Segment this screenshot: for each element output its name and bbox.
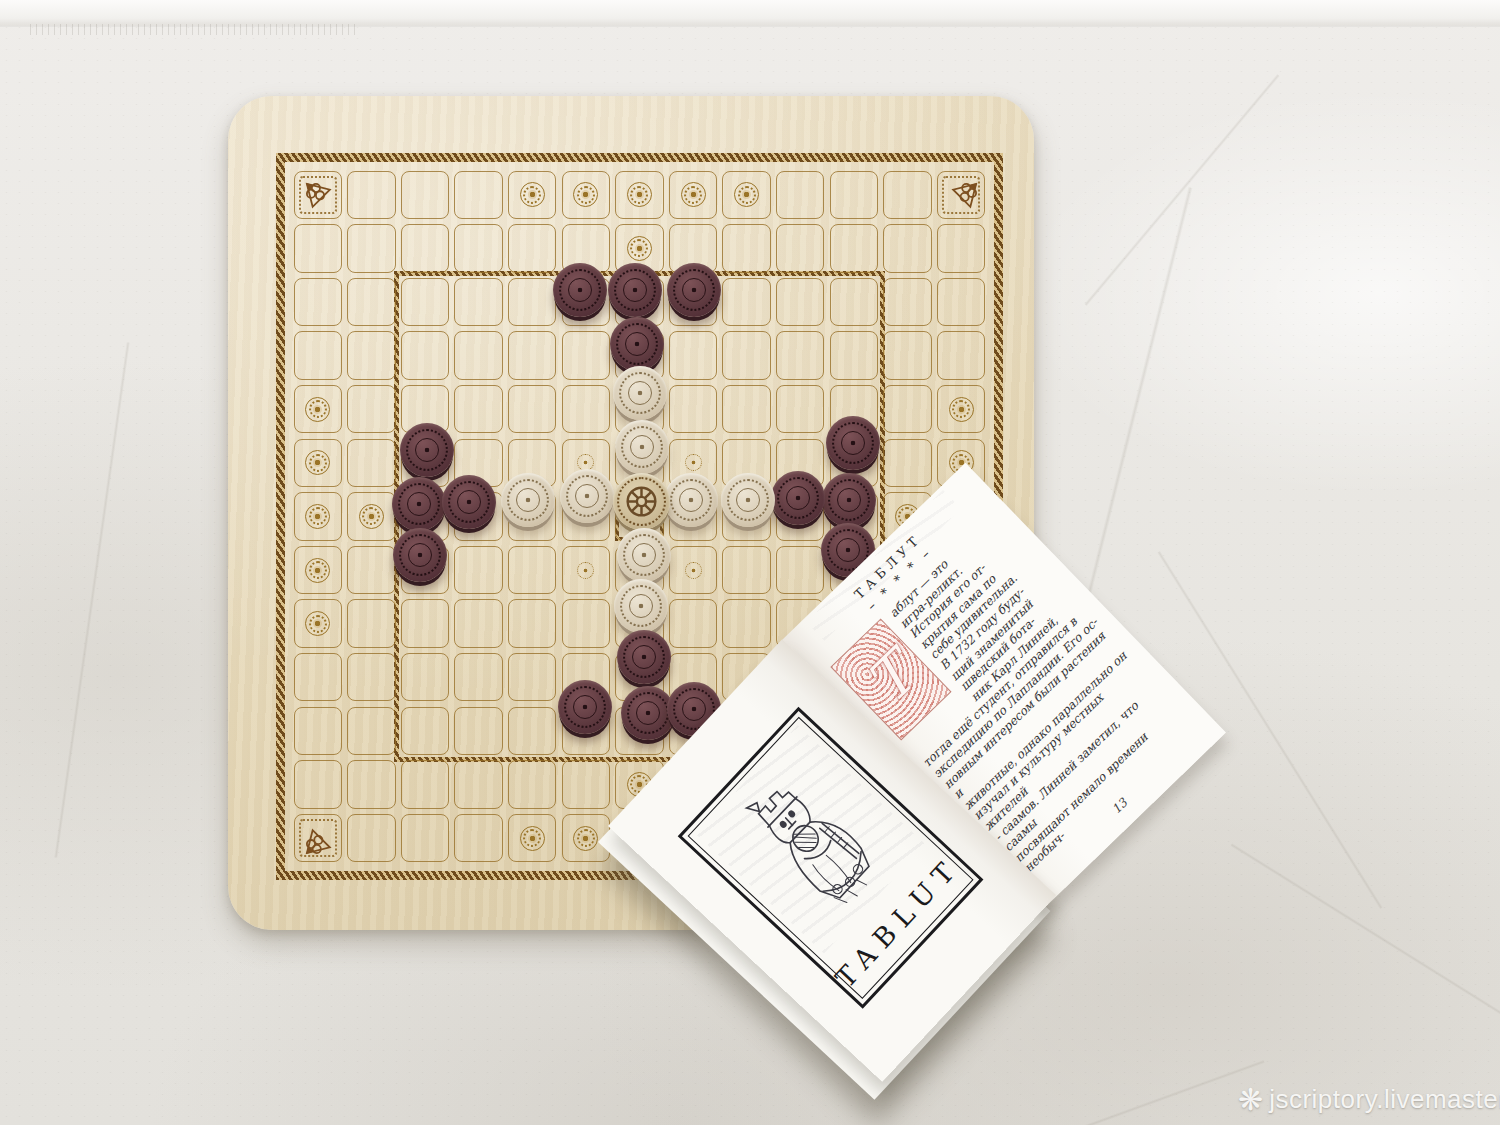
board-cell[interactable]: [508, 331, 557, 380]
defender-piece[interactable]: [615, 420, 669, 474]
board-cell[interactable]: [401, 760, 450, 809]
board-cell[interactable]: [294, 331, 343, 380]
board-cell[interactable]: [722, 385, 771, 434]
board-cell[interactable]: [830, 331, 879, 380]
watermark: ❋ jscriptory.livemaster.ru: [1238, 1084, 1500, 1115]
board-cell[interactable]: [401, 814, 450, 863]
board-cell[interactable]: [347, 171, 396, 220]
board-cell[interactable]: [347, 760, 396, 809]
board-cell[interactable]: [454, 707, 503, 756]
board-cell[interactable]: [508, 278, 557, 327]
attacker-piece[interactable]: [400, 423, 454, 477]
celtic-knot-icon: [302, 179, 338, 215]
board-cell[interactable]: [830, 278, 879, 327]
attacker-piece[interactable]: [392, 477, 446, 531]
board-cell[interactable]: [454, 760, 503, 809]
board-cell[interactable]: [562, 760, 611, 809]
board-cell[interactable]: [294, 171, 343, 220]
board-cell[interactable]: [454, 278, 503, 327]
board-cell[interactable]: [883, 385, 932, 434]
board-cell[interactable]: [508, 599, 557, 648]
medallion-ornament: [305, 397, 330, 422]
board-cell[interactable]: [454, 331, 503, 380]
board-cell[interactable]: [347, 331, 396, 380]
medallion-ornament: [949, 397, 974, 422]
board-cell[interactable]: [776, 331, 825, 380]
board-cell[interactable]: [401, 599, 450, 648]
attacker-piece[interactable]: [393, 528, 447, 582]
board-cell[interactable]: [722, 224, 771, 273]
board-cell[interactable]: [508, 653, 557, 702]
board-cell[interactable]: [454, 171, 503, 220]
board-cell[interactable]: [401, 653, 450, 702]
defender-piece[interactable]: [664, 473, 718, 527]
board-cell[interactable]: [883, 224, 932, 273]
board-cell[interactable]: [347, 599, 396, 648]
board-cell[interactable]: [669, 331, 718, 380]
board-cell[interactable]: [883, 278, 932, 327]
medallion-ornament: [573, 826, 598, 851]
board-cell[interactable]: [937, 331, 986, 380]
board-cell[interactable]: [347, 278, 396, 327]
board-cell[interactable]: [454, 224, 503, 273]
board-cell[interactable]: [508, 760, 557, 809]
board-cell[interactable]: [454, 814, 503, 863]
defender-piece[interactable]: [614, 579, 668, 633]
board-cell[interactable]: [562, 599, 611, 648]
board-cell[interactable]: [722, 331, 771, 380]
inner-mark-ornament: [685, 562, 702, 579]
board-cell[interactable]: [776, 224, 825, 273]
board-cell[interactable]: [508, 707, 557, 756]
board-cell[interactable]: [937, 224, 986, 273]
board-cell[interactable]: [937, 171, 986, 220]
board-cell[interactable]: [776, 278, 825, 327]
board-cell[interactable]: [776, 171, 825, 220]
attacker-piece[interactable]: [667, 263, 721, 317]
board-cell[interactable]: [454, 546, 503, 595]
board-cell[interactable]: [294, 653, 343, 702]
board-cell[interactable]: [508, 224, 557, 273]
board-cell[interactable]: [294, 278, 343, 327]
fabric-crease: [54, 342, 130, 857]
snowflake-icon: ❋: [1238, 1085, 1263, 1115]
inner-mark-ornament: [577, 562, 594, 579]
board-cell[interactable]: [347, 707, 396, 756]
fabric-crease: [1230, 843, 1500, 1037]
defender-piece[interactable]: [560, 469, 614, 523]
fabric-top-hem: [0, 0, 1500, 27]
board-cell[interactable]: [401, 278, 450, 327]
board-cell[interactable]: [883, 331, 932, 380]
board-cell[interactable]: [347, 653, 396, 702]
board-cell[interactable]: [454, 653, 503, 702]
fabric-crease: [859, 1060, 1264, 1125]
attacker-piece[interactable]: [822, 473, 876, 527]
defender-piece[interactable]: [721, 473, 775, 527]
board-cell[interactable]: [347, 814, 396, 863]
defender-piece[interactable]: [617, 528, 671, 582]
board-cell[interactable]: [454, 385, 503, 434]
board-cell[interactable]: [776, 546, 825, 595]
board-cell[interactable]: [294, 707, 343, 756]
fabric-fringe: [30, 24, 360, 35]
board-cell[interactable]: [347, 546, 396, 595]
celtic-knot-icon: [302, 822, 338, 858]
attacker-piece[interactable]: [608, 263, 662, 317]
fabric-crease: [1084, 74, 1280, 306]
board-cell[interactable]: [508, 385, 557, 434]
board-cell[interactable]: [401, 707, 450, 756]
board-cell[interactable]: [347, 385, 396, 434]
board-cell[interactable]: [669, 599, 718, 648]
medallion-ornament: [627, 236, 652, 261]
board-cell[interactable]: [401, 171, 450, 220]
attacker-piece[interactable]: [553, 263, 607, 317]
board-cell[interactable]: [508, 546, 557, 595]
board-cell[interactable]: [669, 385, 718, 434]
board-cell[interactable]: [294, 814, 343, 863]
board-cell[interactable]: [401, 331, 450, 380]
medallion-ornament: [520, 826, 545, 851]
watermark-text: jscriptory.livemaster.ru: [1269, 1084, 1500, 1115]
celtic-knot-icon: [945, 179, 981, 215]
board-cell[interactable]: [937, 278, 986, 327]
board-cell[interactable]: [562, 385, 611, 434]
board-cell[interactable]: [562, 331, 611, 380]
board-cell[interactable]: [294, 224, 343, 273]
board-cell[interactable]: [776, 385, 825, 434]
board-cell[interactable]: [830, 224, 879, 273]
medallion-ornament: [520, 182, 545, 207]
attacker-piece[interactable]: [610, 317, 664, 371]
attacker-piece[interactable]: [826, 416, 880, 470]
board-cell[interactable]: [722, 546, 771, 595]
board-cell[interactable]: [401, 224, 450, 273]
board-cell[interactable]: [294, 760, 343, 809]
board-cell[interactable]: [722, 599, 771, 648]
attacker-piece[interactable]: [442, 475, 496, 529]
inner-mark-ornament: [685, 454, 702, 471]
board-cell[interactable]: [830, 171, 879, 220]
board-cell[interactable]: [347, 224, 396, 273]
board-cell[interactable]: [722, 278, 771, 327]
board-cell[interactable]: [883, 171, 932, 220]
photo-scene: ТАБЛУТ – * * * – Т аблут — этоигра-релик…: [0, 0, 1500, 1125]
medallion-ornament: [681, 182, 706, 207]
board-cell[interactable]: [454, 599, 503, 648]
attacker-piece[interactable]: [558, 680, 612, 734]
king-piece[interactable]: [613, 473, 670, 530]
king-wheel-icon: [621, 481, 662, 522]
board-cell[interactable]: [347, 439, 396, 488]
medallion-ornament: [305, 558, 330, 583]
medallion-ornament: [359, 504, 384, 529]
board-cell[interactable]: [883, 439, 932, 488]
